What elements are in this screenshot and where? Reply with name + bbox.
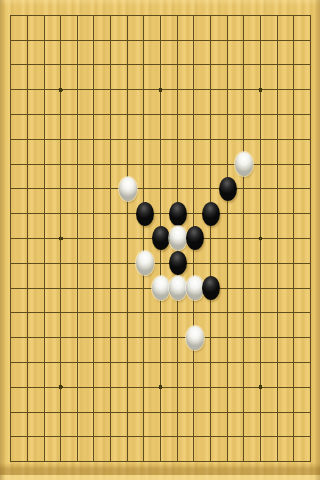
intersection[interactable]: [202, 176, 219, 201]
intersection[interactable]: [136, 201, 153, 226]
intersection[interactable]: [235, 77, 252, 102]
intersection[interactable]: [119, 226, 136, 251]
intersection[interactable]: [219, 276, 236, 301]
intersection[interactable]: [252, 325, 269, 350]
intersection[interactable]: [119, 3, 136, 28]
intersection[interactable]: [252, 350, 269, 375]
intersection[interactable]: [69, 52, 86, 77]
intersection[interactable]: [219, 176, 236, 201]
intersection[interactable]: [186, 375, 203, 400]
intersection[interactable]: [202, 375, 219, 400]
intersection[interactable]: [169, 251, 186, 276]
intersection[interactable]: [186, 52, 203, 77]
intersection[interactable]: [285, 127, 302, 152]
intersection[interactable]: [69, 325, 86, 350]
intersection[interactable]: [152, 300, 169, 325]
intersection[interactable]: [219, 201, 236, 226]
intersection[interactable]: [102, 424, 119, 449]
intersection[interactable]: [202, 77, 219, 102]
intersection[interactable]: [119, 102, 136, 127]
intersection[interactable]: [219, 400, 236, 425]
intersection[interactable]: [269, 300, 286, 325]
intersection[interactable]: [252, 375, 269, 400]
intersection[interactable]: [36, 424, 53, 449]
intersection[interactable]: [285, 424, 302, 449]
intersection[interactable]: [269, 251, 286, 276]
intersection[interactable]: [252, 449, 269, 474]
intersection[interactable]: [186, 350, 203, 375]
intersection[interactable]: [186, 424, 203, 449]
intersection[interactable]: [102, 152, 119, 177]
intersection[interactable]: [169, 325, 186, 350]
intersection[interactable]: [36, 127, 53, 152]
intersection[interactable]: [2, 152, 19, 177]
intersection[interactable]: [19, 201, 36, 226]
intersection[interactable]: [152, 375, 169, 400]
intersection[interactable]: [36, 152, 53, 177]
intersection[interactable]: [86, 77, 103, 102]
intersection[interactable]: [186, 449, 203, 474]
intersection[interactable]: [136, 28, 153, 53]
intersection[interactable]: [19, 176, 36, 201]
intersection[interactable]: [119, 77, 136, 102]
intersection[interactable]: [219, 77, 236, 102]
intersection[interactable]: [19, 375, 36, 400]
intersection[interactable]: [2, 424, 19, 449]
intersection[interactable]: [169, 28, 186, 53]
intersection[interactable]: [102, 375, 119, 400]
intersection[interactable]: [169, 176, 186, 201]
intersection[interactable]: [202, 3, 219, 28]
intersection[interactable]: [302, 152, 319, 177]
intersection[interactable]: [152, 424, 169, 449]
intersection[interactable]: [52, 152, 69, 177]
intersection[interactable]: [36, 449, 53, 474]
intersection[interactable]: [2, 77, 19, 102]
intersection[interactable]: [269, 152, 286, 177]
intersection[interactable]: [119, 176, 136, 201]
intersection[interactable]: [186, 300, 203, 325]
intersection[interactable]: [2, 226, 19, 251]
intersection[interactable]: [252, 77, 269, 102]
intersection[interactable]: [69, 350, 86, 375]
intersection[interactable]: [119, 276, 136, 301]
intersection[interactable]: [302, 276, 319, 301]
intersection[interactable]: [235, 176, 252, 201]
intersection[interactable]: [69, 152, 86, 177]
intersection[interactable]: [69, 102, 86, 127]
intersection[interactable]: [136, 424, 153, 449]
intersection[interactable]: [69, 77, 86, 102]
intersection[interactable]: [69, 251, 86, 276]
intersection[interactable]: [119, 325, 136, 350]
intersection[interactable]: [152, 201, 169, 226]
intersection[interactable]: [269, 3, 286, 28]
intersection[interactable]: [119, 28, 136, 53]
intersection[interactable]: [119, 127, 136, 152]
intersection[interactable]: [19, 152, 36, 177]
intersection[interactable]: [19, 276, 36, 301]
intersection[interactable]: [2, 350, 19, 375]
intersection[interactable]: [186, 325, 203, 350]
intersection[interactable]: [136, 350, 153, 375]
intersection[interactable]: [52, 102, 69, 127]
intersection[interactable]: [235, 276, 252, 301]
intersection[interactable]: [152, 28, 169, 53]
intersection[interactable]: [19, 251, 36, 276]
intersection[interactable]: [285, 52, 302, 77]
intersection[interactable]: [285, 102, 302, 127]
intersection[interactable]: [169, 127, 186, 152]
intersection[interactable]: [2, 276, 19, 301]
intersection[interactable]: [86, 424, 103, 449]
intersection[interactable]: [152, 325, 169, 350]
intersection[interactable]: [52, 276, 69, 301]
intersection[interactable]: [36, 176, 53, 201]
intersection[interactable]: [19, 400, 36, 425]
intersection[interactable]: [2, 102, 19, 127]
intersection[interactable]: [186, 276, 203, 301]
intersection[interactable]: [69, 276, 86, 301]
intersection[interactable]: [19, 300, 36, 325]
intersection[interactable]: [52, 350, 69, 375]
intersection[interactable]: [152, 251, 169, 276]
intersection[interactable]: [252, 152, 269, 177]
intersection[interactable]: [285, 201, 302, 226]
intersection[interactable]: [19, 226, 36, 251]
intersection[interactable]: [235, 28, 252, 53]
intersection[interactable]: [202, 226, 219, 251]
intersection[interactable]: [2, 300, 19, 325]
intersection[interactable]: [285, 176, 302, 201]
intersection[interactable]: [252, 300, 269, 325]
intersection[interactable]: [2, 201, 19, 226]
intersection[interactable]: [52, 28, 69, 53]
intersection[interactable]: [202, 102, 219, 127]
intersection[interactable]: [202, 400, 219, 425]
intersection[interactable]: [52, 3, 69, 28]
intersection[interactable]: [2, 251, 19, 276]
intersection[interactable]: [269, 127, 286, 152]
intersection[interactable]: [86, 201, 103, 226]
intersection[interactable]: [102, 176, 119, 201]
intersection[interactable]: [252, 226, 269, 251]
intersection[interactable]: [2, 3, 19, 28]
intersection[interactable]: [169, 350, 186, 375]
intersection[interactable]: [52, 375, 69, 400]
intersection[interactable]: [2, 375, 19, 400]
intersection[interactable]: [169, 77, 186, 102]
intersection[interactable]: [186, 127, 203, 152]
intersection[interactable]: [152, 3, 169, 28]
intersection[interactable]: [69, 3, 86, 28]
intersection[interactable]: [36, 102, 53, 127]
intersection[interactable]: [269, 325, 286, 350]
intersection[interactable]: [169, 375, 186, 400]
intersection[interactable]: [19, 325, 36, 350]
intersection[interactable]: [2, 176, 19, 201]
intersection[interactable]: [36, 3, 53, 28]
intersection[interactable]: [219, 3, 236, 28]
intersection[interactable]: [219, 350, 236, 375]
intersection[interactable]: [86, 52, 103, 77]
intersection[interactable]: [235, 424, 252, 449]
intersection[interactable]: [52, 77, 69, 102]
intersection[interactable]: [36, 375, 53, 400]
intersection[interactable]: [102, 251, 119, 276]
intersection[interactable]: [169, 424, 186, 449]
intersection[interactable]: [152, 226, 169, 251]
intersection[interactable]: [202, 52, 219, 77]
intersection[interactable]: [102, 3, 119, 28]
intersection[interactable]: [52, 400, 69, 425]
intersection[interactable]: [235, 3, 252, 28]
intersection[interactable]: [186, 400, 203, 425]
intersection[interactable]: [285, 77, 302, 102]
intersection[interactable]: [152, 449, 169, 474]
intersection[interactable]: [19, 28, 36, 53]
intersection[interactable]: [302, 325, 319, 350]
intersection[interactable]: [2, 127, 19, 152]
intersection[interactable]: [86, 176, 103, 201]
intersection[interactable]: [86, 28, 103, 53]
intersection[interactable]: [102, 226, 119, 251]
intersection[interactable]: [285, 276, 302, 301]
intersection[interactable]: [202, 276, 219, 301]
intersection[interactable]: [285, 28, 302, 53]
intersection[interactable]: [69, 201, 86, 226]
intersection[interactable]: [202, 325, 219, 350]
intersection[interactable]: [202, 300, 219, 325]
intersection[interactable]: [2, 325, 19, 350]
intersection[interactable]: [119, 52, 136, 77]
intersection[interactable]: [136, 251, 153, 276]
intersection[interactable]: [19, 3, 36, 28]
intersection[interactable]: [252, 127, 269, 152]
intersection[interactable]: [252, 102, 269, 127]
intersection[interactable]: [36, 28, 53, 53]
intersection[interactable]: [202, 350, 219, 375]
intersection[interactable]: [86, 102, 103, 127]
intersection[interactable]: [119, 350, 136, 375]
intersection[interactable]: [252, 201, 269, 226]
intersection[interactable]: [202, 127, 219, 152]
intersection[interactable]: [186, 152, 203, 177]
intersection[interactable]: [202, 152, 219, 177]
intersection[interactable]: [36, 400, 53, 425]
intersection[interactable]: [219, 251, 236, 276]
intersection[interactable]: [152, 176, 169, 201]
intersection[interactable]: [285, 449, 302, 474]
intersection[interactable]: [252, 3, 269, 28]
intersection[interactable]: [302, 102, 319, 127]
intersection[interactable]: [219, 325, 236, 350]
intersection[interactable]: [219, 102, 236, 127]
intersection[interactable]: [36, 300, 53, 325]
intersection[interactable]: [252, 28, 269, 53]
intersection[interactable]: [152, 77, 169, 102]
intersection[interactable]: [285, 350, 302, 375]
intersection[interactable]: [19, 127, 36, 152]
intersection[interactable]: [152, 152, 169, 177]
intersection[interactable]: [235, 152, 252, 177]
intersection[interactable]: [152, 350, 169, 375]
intersection[interactable]: [302, 77, 319, 102]
intersection[interactable]: [235, 251, 252, 276]
intersection[interactable]: [219, 375, 236, 400]
intersection[interactable]: [252, 276, 269, 301]
intersection[interactable]: [119, 152, 136, 177]
intersection[interactable]: [169, 52, 186, 77]
intersection[interactable]: [86, 251, 103, 276]
intersection[interactable]: [119, 251, 136, 276]
intersection[interactable]: [102, 276, 119, 301]
intersection[interactable]: [36, 325, 53, 350]
intersection[interactable]: [102, 77, 119, 102]
intersection[interactable]: [269, 400, 286, 425]
intersection[interactable]: [152, 400, 169, 425]
intersection[interactable]: [235, 400, 252, 425]
intersection[interactable]: [102, 127, 119, 152]
intersection[interactable]: [269, 102, 286, 127]
intersection[interactable]: [269, 201, 286, 226]
intersection[interactable]: [136, 325, 153, 350]
intersection[interactable]: [102, 350, 119, 375]
intersection[interactable]: [219, 28, 236, 53]
intersection[interactable]: [36, 52, 53, 77]
intersection[interactable]: [69, 400, 86, 425]
intersection[interactable]: [136, 152, 153, 177]
intersection[interactable]: [302, 424, 319, 449]
intersection[interactable]: [69, 375, 86, 400]
intersection[interactable]: [136, 52, 153, 77]
intersection[interactable]: [269, 176, 286, 201]
intersection[interactable]: [269, 52, 286, 77]
intersection[interactable]: [186, 176, 203, 201]
intersection[interactable]: [69, 28, 86, 53]
intersection[interactable]: [186, 226, 203, 251]
intersection[interactable]: [102, 28, 119, 53]
intersection[interactable]: [302, 251, 319, 276]
intersection[interactable]: [252, 400, 269, 425]
intersection[interactable]: [152, 102, 169, 127]
intersection[interactable]: [69, 300, 86, 325]
intersection[interactable]: [269, 276, 286, 301]
intersection[interactable]: [19, 350, 36, 375]
intersection[interactable]: [169, 102, 186, 127]
intersection[interactable]: [136, 375, 153, 400]
intersection[interactable]: [302, 400, 319, 425]
intersection[interactable]: [36, 77, 53, 102]
intersection[interactable]: [19, 449, 36, 474]
intersection[interactable]: [285, 226, 302, 251]
intersection[interactable]: [86, 449, 103, 474]
intersection[interactable]: [36, 251, 53, 276]
intersection[interactable]: [52, 251, 69, 276]
intersection[interactable]: [86, 3, 103, 28]
intersection[interactable]: [302, 300, 319, 325]
intersection[interactable]: [86, 300, 103, 325]
intersection[interactable]: [136, 449, 153, 474]
intersection[interactable]: [186, 251, 203, 276]
go-board[interactable]: [0, 0, 320, 480]
intersection[interactable]: [219, 152, 236, 177]
intersection[interactable]: [69, 449, 86, 474]
intersection[interactable]: [235, 375, 252, 400]
intersection[interactable]: [302, 375, 319, 400]
intersection[interactable]: [302, 201, 319, 226]
intersection[interactable]: [235, 325, 252, 350]
intersection[interactable]: [152, 276, 169, 301]
intersection[interactable]: [119, 201, 136, 226]
intersection[interactable]: [86, 375, 103, 400]
intersection[interactable]: [69, 127, 86, 152]
intersection[interactable]: [19, 424, 36, 449]
intersection[interactable]: [136, 176, 153, 201]
intersection[interactable]: [2, 449, 19, 474]
intersection[interactable]: [219, 226, 236, 251]
intersection[interactable]: [302, 176, 319, 201]
intersection[interactable]: [269, 375, 286, 400]
intersection[interactable]: [52, 449, 69, 474]
intersection[interactable]: [102, 300, 119, 325]
intersection[interactable]: [285, 375, 302, 400]
intersection[interactable]: [252, 424, 269, 449]
intersection[interactable]: [136, 226, 153, 251]
intersection[interactable]: [102, 52, 119, 77]
intersection[interactable]: [169, 276, 186, 301]
intersection[interactable]: [36, 276, 53, 301]
intersection[interactable]: [269, 424, 286, 449]
intersection[interactable]: [302, 52, 319, 77]
intersection[interactable]: [102, 201, 119, 226]
intersection[interactable]: [202, 201, 219, 226]
intersection[interactable]: [86, 226, 103, 251]
intersection[interactable]: [302, 28, 319, 53]
intersection[interactable]: [102, 102, 119, 127]
intersection[interactable]: [169, 226, 186, 251]
intersection[interactable]: [152, 52, 169, 77]
intersection[interactable]: [19, 102, 36, 127]
intersection[interactable]: [269, 350, 286, 375]
intersection[interactable]: [235, 102, 252, 127]
intersection[interactable]: [302, 127, 319, 152]
intersection[interactable]: [52, 52, 69, 77]
intersection[interactable]: [2, 400, 19, 425]
intersection[interactable]: [219, 300, 236, 325]
intersection[interactable]: [69, 226, 86, 251]
intersection[interactable]: [235, 300, 252, 325]
intersection[interactable]: [252, 176, 269, 201]
intersection[interactable]: [202, 28, 219, 53]
intersection[interactable]: [302, 350, 319, 375]
intersection[interactable]: [202, 424, 219, 449]
intersection[interactable]: [269, 28, 286, 53]
intersection[interactable]: [269, 449, 286, 474]
intersection[interactable]: [202, 449, 219, 474]
intersection[interactable]: [86, 276, 103, 301]
intersection[interactable]: [52, 176, 69, 201]
intersection[interactable]: [136, 102, 153, 127]
intersection[interactable]: [252, 251, 269, 276]
intersection[interactable]: [235, 350, 252, 375]
intersection[interactable]: [136, 77, 153, 102]
intersection[interactable]: [152, 127, 169, 152]
intersection[interactable]: [285, 400, 302, 425]
intersection[interactable]: [69, 424, 86, 449]
intersection[interactable]: [86, 152, 103, 177]
intersection[interactable]: [169, 449, 186, 474]
